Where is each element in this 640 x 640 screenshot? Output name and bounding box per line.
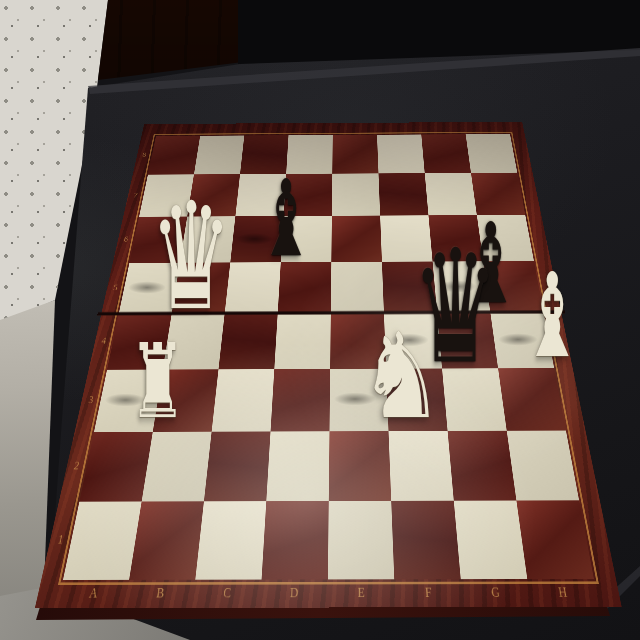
bishop-glyph: ♝ — [521, 259, 584, 376]
black-bishop-c6[interactable]: ♝ — [226, 166, 289, 271]
queen-glyph: ♛ — [150, 182, 232, 330]
pieces-layer: ♝♛♝♝♛♜♞ — [0, 0, 640, 640]
knight-glyph: ♞ — [359, 317, 444, 436]
white-queen-a5[interactable]: ♛ — [104, 182, 196, 330]
chess-photo-scene: ABCDEFGH12345678 ♝♛♝♝♛♜♞ — [0, 0, 640, 640]
rook-glyph: ♜ — [129, 330, 186, 433]
bishop-glyph: ♝ — [258, 166, 315, 271]
white-knight-e3[interactable]: ♞ — [311, 317, 406, 436]
white-rook-a3[interactable]: ♜ — [97, 330, 161, 433]
